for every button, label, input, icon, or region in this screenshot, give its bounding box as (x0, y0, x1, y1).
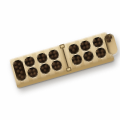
right-board-half (66, 35, 108, 67)
seed (101, 52, 105, 56)
seed (87, 56, 91, 60)
seed (54, 54, 58, 58)
pit-bottom-1[interactable] (27, 66, 39, 78)
board-top-surface (9, 32, 114, 86)
seed (33, 71, 37, 75)
pit-top-3[interactable] (48, 49, 60, 61)
pit-top-5[interactable] (79, 39, 91, 51)
pit-bottom-6[interactable] (95, 47, 107, 59)
pit-top-2[interactable] (36, 52, 48, 64)
seed (30, 60, 34, 64)
seed (86, 44, 90, 48)
mancala-board (9, 32, 114, 86)
pit-bottom-3[interactable] (51, 60, 63, 72)
seed (21, 75, 25, 79)
pit-top-4[interactable] (67, 43, 79, 55)
pit-bottom-5[interactable] (83, 50, 95, 62)
hinge-tab-bottom (66, 66, 72, 71)
seed (43, 68, 47, 72)
pit-top-6[interactable] (91, 36, 103, 48)
pit-bottom-2[interactable] (39, 63, 51, 75)
left-board-half (22, 47, 64, 79)
seed (57, 65, 61, 69)
seed (107, 38, 111, 42)
pit-bottom-4[interactable] (71, 54, 83, 66)
hinge-tab-top (59, 43, 65, 48)
pit-top-1[interactable] (24, 55, 36, 67)
seed (72, 48, 76, 52)
seed (98, 41, 102, 45)
seed (42, 57, 46, 61)
photo-background (0, 0, 120, 120)
seed (77, 59, 81, 63)
